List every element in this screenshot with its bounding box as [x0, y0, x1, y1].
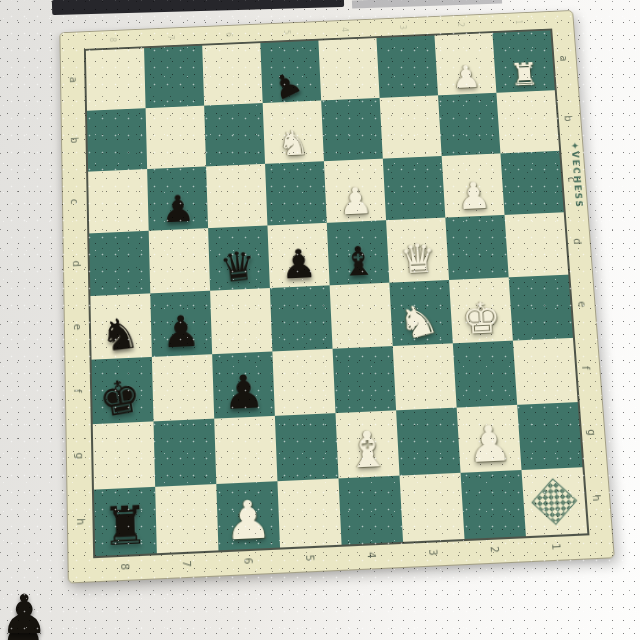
square-h1	[522, 467, 588, 536]
square-a4	[318, 38, 379, 100]
square-d6: ♛	[208, 225, 270, 290]
rank-label-1: 1	[549, 543, 561, 550]
square-c5	[265, 161, 327, 225]
photo-scene: 87654321 abcdefgh abcdefgh 87654321 ♟♟♜♞…	[0, 0, 640, 640]
square-g7	[154, 419, 217, 487]
piece-black-bishop-d4: ♝	[339, 241, 377, 283]
piece-black-pawn-c7: ♟	[160, 190, 195, 228]
square-a8	[86, 48, 146, 111]
file-label-e: e	[576, 300, 587, 307]
file-label-b: b	[562, 115, 573, 121]
square-h7	[155, 484, 218, 553]
square-b3	[380, 95, 442, 158]
square-b1	[496, 90, 559, 153]
piece-white-pawn-h6: ♟	[224, 493, 273, 548]
square-d2	[445, 215, 508, 280]
file-label-a: a	[558, 55, 569, 61]
captured-black-pawn: ♟	[0, 588, 48, 640]
square-c3	[383, 156, 446, 220]
piece-black-pawn-a5: ♟	[266, 66, 306, 106]
file-label-h: h	[75, 518, 86, 525]
piece-white-queen-d3: ♛	[399, 239, 438, 281]
piece-black-pawn-e7: ♟	[161, 310, 201, 355]
file-label-f: f	[72, 388, 83, 392]
file-label-g: g	[73, 452, 84, 459]
square-e3: ♞	[389, 280, 452, 346]
square-g2: ♟	[457, 405, 522, 473]
square-b4	[321, 98, 383, 161]
square-h3	[400, 473, 465, 542]
file-label-a: a	[67, 76, 78, 82]
file-label-d: d	[571, 238, 582, 245]
square-h8: ♜	[94, 487, 157, 556]
rank-label-3: 3	[427, 548, 439, 555]
piece-white-pawn-g2: ♟	[466, 419, 513, 471]
square-f3	[393, 343, 457, 410]
square-f4	[333, 346, 397, 413]
rank-label-2: 2	[456, 22, 465, 27]
square-a1: ♜	[492, 30, 554, 92]
square-d4: ♝	[327, 220, 390, 285]
chess-board: 87654321 abcdefgh abcdefgh 87654321 ♟♟♜♞…	[59, 10, 614, 584]
play-grid: ♟♟♜♞♟♟♟♛♟♝♛♞♟♞♚♚♟♝♟♜♟	[84, 29, 590, 559]
rank-label-5: 5	[283, 29, 292, 34]
piece-white-pawn-a2: ♟	[451, 61, 482, 93]
square-e4	[330, 283, 393, 349]
square-e2: ♚	[449, 277, 513, 343]
piece-black-king-f8: ♚	[96, 371, 145, 424]
square-e5	[270, 285, 333, 351]
square-b6	[204, 103, 265, 166]
square-b2	[438, 93, 500, 156]
square-a7	[144, 46, 204, 109]
square-f8: ♚	[92, 357, 154, 424]
square-b5: ♞	[263, 100, 324, 163]
square-g4: ♝	[336, 410, 400, 478]
piece-white-knight-b5: ♞	[277, 126, 310, 161]
square-f5	[272, 349, 335, 416]
table-edge-shadow-light	[352, 0, 502, 9]
piece-white-king-e2: ♚	[461, 296, 503, 341]
square-e8: ♞	[90, 293, 151, 359]
square-a3	[376, 36, 438, 98]
square-c8	[88, 169, 149, 233]
square-c2: ♟	[442, 153, 505, 217]
piece-white-rook-a1: ♜	[509, 58, 540, 90]
piece-white-bishop-g4: ♝	[344, 424, 391, 476]
piece-white-knight-e3: ♞	[394, 296, 443, 347]
square-c1	[500, 151, 563, 215]
square-f1	[513, 338, 578, 405]
file-label-c: c	[69, 198, 80, 204]
piece-black-rook-h8: ♜	[101, 498, 149, 553]
rank-label-4: 4	[365, 551, 377, 558]
file-label-b: b	[68, 137, 79, 144]
rank-label-6: 6	[242, 557, 254, 564]
piece-black-pawn-f6: ♟	[222, 368, 265, 416]
square-g5	[275, 413, 339, 481]
file-label-e: e	[71, 323, 82, 330]
rank-label-1: 1	[514, 19, 523, 24]
square-d7	[149, 228, 210, 293]
square-d5: ♟	[267, 223, 329, 288]
square-f6: ♟	[212, 351, 275, 418]
table-edge-shadow	[52, 0, 344, 15]
file-label-d: d	[70, 260, 81, 267]
brand-logo-icon: ✦	[569, 140, 581, 151]
rank-label-6: 6	[225, 32, 234, 37]
square-f7	[152, 354, 214, 421]
square-c4: ♟	[324, 159, 386, 223]
piece-black-pawn-d5: ♟	[280, 244, 318, 286]
rank-label-7: 7	[180, 560, 191, 567]
square-h5	[277, 478, 341, 547]
square-g8	[93, 421, 155, 489]
rank-label-7: 7	[166, 34, 175, 39]
square-e6	[210, 288, 272, 354]
square-h4	[339, 476, 404, 545]
file-label-h: h	[590, 494, 602, 501]
square-g6	[214, 416, 277, 484]
piece-black-knight-e8: ♞	[98, 311, 142, 359]
square-g1	[517, 402, 582, 470]
rank-label-8: 8	[118, 563, 129, 570]
piece-white-pawn-c4: ♟	[338, 182, 374, 220]
board-corner-logo	[531, 478, 577, 525]
square-e1	[509, 275, 573, 341]
square-d8	[89, 231, 150, 296]
square-f2	[453, 341, 517, 408]
square-d1	[505, 212, 569, 277]
square-b7	[146, 106, 207, 169]
square-d3: ♛	[386, 218, 449, 283]
square-g3	[396, 408, 460, 476]
rank-label-5: 5	[303, 554, 315, 561]
square-h6: ♟	[216, 481, 280, 550]
piece-black-queen-d6: ♛	[218, 246, 258, 290]
square-c6	[206, 164, 267, 228]
captured-black-pawn: ♟	[0, 600, 47, 640]
rank-label-4: 4	[341, 27, 350, 32]
file-label-g: g	[585, 429, 597, 436]
rank-label-3: 3	[398, 24, 407, 29]
square-a2: ♟	[434, 33, 496, 95]
square-c7: ♟	[147, 166, 208, 230]
square-a6	[202, 43, 262, 105]
square-h2	[461, 470, 526, 539]
file-label-f: f	[581, 365, 592, 369]
square-b8	[87, 108, 147, 171]
rank-label-2: 2	[488, 546, 500, 553]
square-e7: ♟	[150, 291, 212, 357]
piece-white-pawn-c2: ♟	[456, 177, 492, 215]
square-a5: ♟	[260, 41, 321, 103]
rank-label-8: 8	[108, 37, 117, 42]
